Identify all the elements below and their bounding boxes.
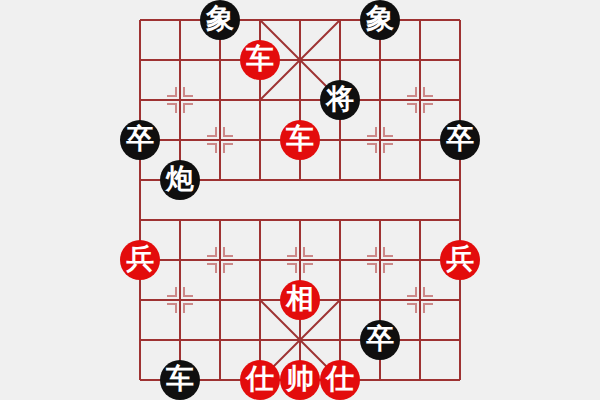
piece-glyph: 卒 — [446, 125, 474, 153]
board-pieces-layer: 象象车将卒车卒炮兵兵相卒车仕帅仕 — [120, 0, 480, 400]
piece-red-chariot[interactable]: 车 — [280, 120, 320, 160]
piece-glyph: 卒 — [366, 325, 394, 353]
piece-glyph: 炮 — [166, 165, 194, 193]
piece-glyph: 帅 — [286, 365, 314, 393]
piece-red-general[interactable]: 帅 — [280, 360, 320, 400]
piece-red-soldier[interactable]: 兵 — [440, 240, 480, 280]
piece-glyph: 兵 — [446, 245, 474, 273]
piece-black-soldier[interactable]: 卒 — [440, 120, 480, 160]
piece-red-advisor[interactable]: 仕 — [240, 360, 280, 400]
piece-red-chariot[interactable]: 车 — [240, 40, 280, 80]
xiangqi-board[interactable]: 象象车将卒车卒炮兵兵相卒车仕帅仕 — [0, 0, 600, 400]
piece-black-elephant[interactable]: 象 — [200, 0, 240, 40]
piece-black-elephant[interactable]: 象 — [360, 0, 400, 40]
piece-red-elephant[interactable]: 相 — [280, 280, 320, 320]
piece-glyph: 车 — [246, 45, 274, 73]
piece-glyph: 相 — [286, 285, 314, 313]
piece-black-soldier[interactable]: 卒 — [120, 120, 160, 160]
piece-glyph: 将 — [326, 85, 354, 113]
piece-glyph: 兵 — [126, 245, 154, 273]
piece-black-soldier[interactable]: 卒 — [360, 320, 400, 360]
piece-red-advisor[interactable]: 仕 — [320, 360, 360, 400]
piece-glyph: 仕 — [326, 365, 354, 393]
piece-black-general[interactable]: 将 — [320, 80, 360, 120]
piece-red-soldier[interactable]: 兵 — [120, 240, 160, 280]
piece-glyph: 象 — [206, 5, 234, 33]
piece-black-chariot[interactable]: 车 — [160, 360, 200, 400]
piece-glyph: 车 — [286, 125, 314, 153]
piece-black-cannon[interactable]: 炮 — [160, 160, 200, 200]
piece-glyph: 车 — [166, 365, 194, 393]
piece-glyph: 卒 — [126, 125, 154, 153]
piece-glyph: 仕 — [246, 365, 274, 393]
piece-glyph: 象 — [366, 5, 394, 33]
